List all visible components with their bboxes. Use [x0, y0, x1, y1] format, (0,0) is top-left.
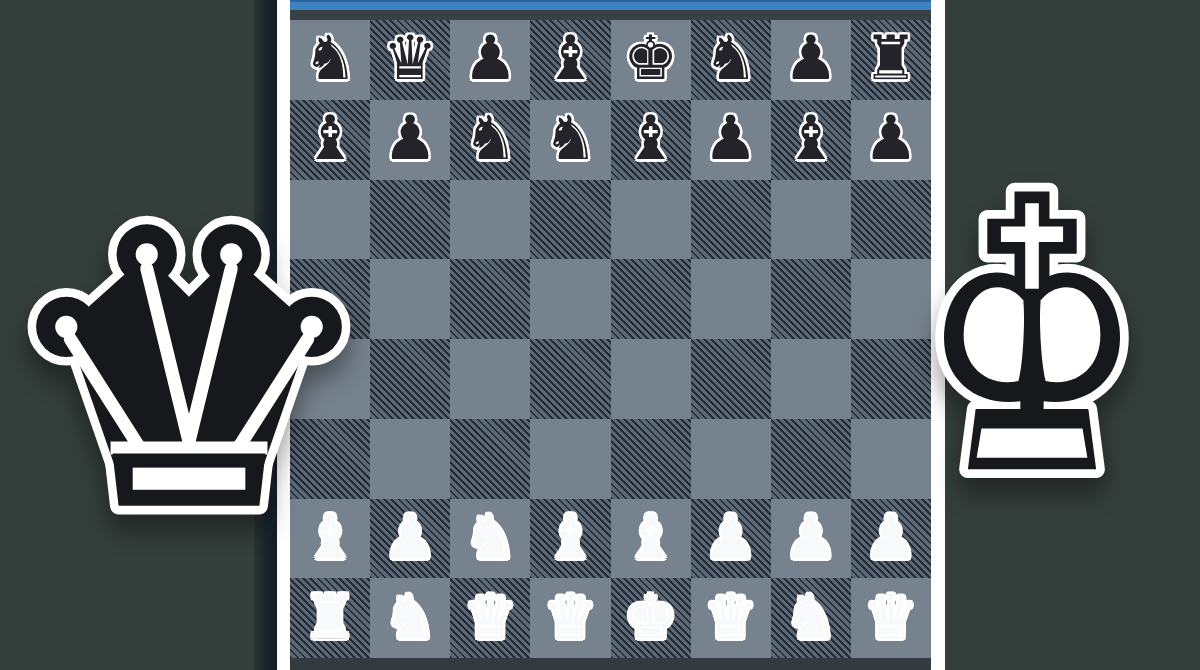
- black-pawn: ♟: [463, 27, 518, 88]
- square-b2[interactable]: ♟: [370, 499, 450, 579]
- black-rook: ♜: [864, 27, 919, 88]
- white-knight: ♞: [783, 586, 838, 647]
- square-d5[interactable]: [530, 259, 610, 339]
- square-g6[interactable]: [771, 180, 851, 260]
- white-bishop: ♝: [543, 506, 598, 567]
- white-knight: ♞: [383, 586, 438, 647]
- white-knight: ♞: [463, 506, 518, 567]
- chess-board[interactable]: ♞♛♟♝♚♞♟♜♝♟♞♞♝♟♝♟♝♟♞♝♝♟♟♟♜♞♛♛♚♛♞♛: [290, 20, 931, 658]
- square-b6[interactable]: [370, 180, 450, 260]
- white-queen: ♛: [703, 586, 758, 647]
- black-bishop: ♝: [623, 107, 678, 168]
- square-d1[interactable]: ♛: [530, 578, 610, 658]
- black-knight: ♞: [463, 107, 518, 168]
- panel-bottom-strip: [290, 658, 931, 670]
- square-b3[interactable]: [370, 419, 450, 499]
- white-pawn: ♟: [703, 506, 758, 567]
- square-g1[interactable]: ♞: [771, 578, 851, 658]
- square-b7[interactable]: ♟: [370, 100, 450, 180]
- black-queen: ♛: [383, 27, 438, 88]
- square-a8[interactable]: ♞: [290, 20, 370, 100]
- square-b5[interactable]: [370, 259, 450, 339]
- black-bishop: ♝: [543, 27, 598, 88]
- white-pawn: ♟: [864, 506, 919, 567]
- square-d3[interactable]: [530, 419, 610, 499]
- square-a7[interactable]: ♝: [290, 100, 370, 180]
- black-knight: ♞: [303, 27, 358, 88]
- black-pawn: ♟: [383, 107, 438, 168]
- square-e3[interactable]: [611, 419, 691, 499]
- square-b4[interactable]: [370, 339, 450, 419]
- square-c1[interactable]: ♛: [450, 578, 530, 658]
- timer-bar: [290, 0, 931, 10]
- square-e7[interactable]: ♝: [611, 100, 691, 180]
- white-queen: ♛: [864, 586, 919, 647]
- panel-top-strip: [290, 10, 931, 20]
- giant-queen-icon: [18, 196, 360, 520]
- square-d2[interactable]: ♝: [530, 499, 610, 579]
- square-c8[interactable]: ♟: [450, 20, 530, 100]
- square-h1[interactable]: ♛: [851, 578, 931, 658]
- square-d4[interactable]: [530, 339, 610, 419]
- square-d7[interactable]: ♞: [530, 100, 610, 180]
- square-g2[interactable]: ♟: [771, 499, 851, 579]
- square-c7[interactable]: ♞: [450, 100, 530, 180]
- board-panel: ♞♛♟♝♚♞♟♜♝♟♞♞♝♟♝♟♝♟♞♝♝♟♟♟♜♞♛♛♚♛♞♛: [290, 0, 931, 670]
- square-f3[interactable]: [691, 419, 771, 499]
- square-c2[interactable]: ♞: [450, 499, 530, 579]
- square-b1[interactable]: ♞: [370, 578, 450, 658]
- square-a1[interactable]: ♜: [290, 578, 370, 658]
- white-bishop: ♝: [623, 506, 678, 567]
- square-f7[interactable]: ♟: [691, 100, 771, 180]
- black-pawn: ♟: [783, 27, 838, 88]
- square-g4[interactable]: [771, 339, 851, 419]
- square-g7[interactable]: ♝: [771, 100, 851, 180]
- square-e4[interactable]: [611, 339, 691, 419]
- black-knight: ♞: [543, 107, 598, 168]
- white-pawn: ♟: [783, 506, 838, 567]
- white-rook: ♜: [303, 586, 358, 647]
- square-e2[interactable]: ♝: [611, 499, 691, 579]
- square-e5[interactable]: [611, 259, 691, 339]
- square-e1[interactable]: ♚: [611, 578, 691, 658]
- square-f5[interactable]: [691, 259, 771, 339]
- white-queen: ♛: [543, 586, 598, 647]
- square-g3[interactable]: [771, 419, 851, 499]
- square-f8[interactable]: ♞: [691, 20, 771, 100]
- white-queen: ♛: [463, 586, 518, 647]
- black-bishop: ♝: [783, 107, 838, 168]
- square-c4[interactable]: [450, 339, 530, 419]
- white-pawn: ♟: [383, 506, 438, 567]
- square-d6[interactable]: [530, 180, 610, 260]
- square-g8[interactable]: ♟: [771, 20, 851, 100]
- black-king: ♚: [623, 27, 678, 88]
- square-f4[interactable]: [691, 339, 771, 419]
- black-pawn: ♟: [864, 107, 919, 168]
- square-c5[interactable]: [450, 259, 530, 339]
- square-f6[interactable]: [691, 180, 771, 260]
- square-f1[interactable]: ♛: [691, 578, 771, 658]
- giant-king-icon: [896, 178, 1168, 512]
- square-c3[interactable]: [450, 419, 530, 499]
- square-f2[interactable]: ♟: [691, 499, 771, 579]
- game-screen: ♞♛♟♝♚♞♟♜♝♟♞♞♝♟♝♟♝♟♞♝♝♟♟♟♜♞♛♛♚♛♞♛: [0, 0, 1200, 670]
- square-e8[interactable]: ♚: [611, 20, 691, 100]
- black-knight: ♞: [703, 27, 758, 88]
- white-king: ♚: [623, 586, 678, 647]
- square-g5[interactable]: [771, 259, 851, 339]
- square-b8[interactable]: ♛: [370, 20, 450, 100]
- black-pawn: ♟: [703, 107, 758, 168]
- square-d8[interactable]: ♝: [530, 20, 610, 100]
- black-bishop: ♝: [303, 107, 358, 168]
- square-c6[interactable]: [450, 180, 530, 260]
- square-e6[interactable]: [611, 180, 691, 260]
- square-h7[interactable]: ♟: [851, 100, 931, 180]
- square-h8[interactable]: ♜: [851, 20, 931, 100]
